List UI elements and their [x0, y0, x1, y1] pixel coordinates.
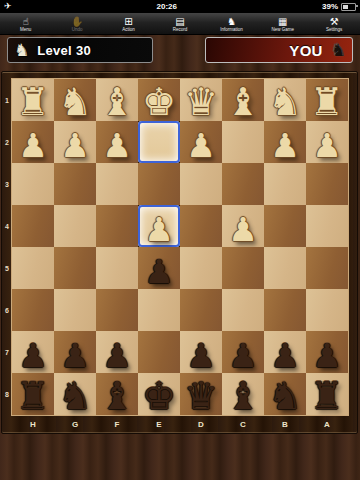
- file-label-a: A: [306, 416, 348, 433]
- white-p-piece-f2: ♟: [96, 128, 138, 164]
- square-h1[interactable]: ♜: [12, 79, 54, 121]
- black-p-piece-d7: ♟: [180, 338, 222, 374]
- square-a8[interactable]: ♜: [306, 373, 348, 415]
- white-b-piece-c1: ♝: [222, 82, 264, 122]
- square-f6[interactable]: [96, 289, 138, 331]
- square-a6[interactable]: [306, 289, 348, 331]
- rank-label-8: 8: [2, 373, 12, 415]
- square-b7[interactable]: ♟: [264, 331, 306, 373]
- file-label-c: C: [222, 416, 264, 433]
- toolbar-item-label: Action: [122, 27, 135, 32]
- toolbar-item-label: Undo: [72, 27, 83, 32]
- toolbar-item-settings[interactable]: ⚒ Settings: [311, 16, 357, 32]
- square-f5[interactable]: [96, 247, 138, 289]
- square-h2[interactable]: ♟: [12, 121, 54, 163]
- square-b8[interactable]: ♞: [264, 373, 306, 415]
- white-p-piece-d2: ♟: [180, 128, 222, 164]
- file-labels: HGFEDCBA: [12, 416, 348, 433]
- black-p-piece-a7: ♟: [306, 338, 348, 374]
- chess-board: 12345678 ♜♞♝♚♛♝♞♜♟♟♟♟♟♟♟♟♟♟♟♟♟♟♟♟♜♞♝♚♛♝♞…: [1, 71, 358, 434]
- toolbar-item-record[interactable]: ▤ Record: [157, 16, 203, 32]
- you-label: YOU: [289, 42, 322, 59]
- rank-labels: 12345678: [2, 79, 12, 415]
- toolbar-item-label: Information: [220, 27, 243, 32]
- black-b-piece-f8: ♝: [96, 376, 138, 416]
- toolbar-item-information[interactable]: ♞ Information: [208, 16, 254, 32]
- menu-hand-icon: ☝: [23, 16, 29, 27]
- square-e3[interactable]: [138, 163, 180, 205]
- record-list-icon: ▤: [175, 16, 184, 27]
- white-b-piece-f1: ♝: [96, 82, 138, 122]
- black-n-piece-g8: ♞: [54, 376, 96, 416]
- rank-label-3: 3: [2, 163, 12, 205]
- rank-label-2: 2: [2, 121, 12, 163]
- toolbar-item-label: Record: [173, 27, 188, 32]
- white-p-piece-h2: ♟: [12, 128, 54, 164]
- square-f8[interactable]: ♝: [96, 373, 138, 415]
- white-knight-icon: ♞: [14, 42, 29, 59]
- square-c3[interactable]: [222, 163, 264, 205]
- square-d7[interactable]: ♟: [180, 331, 222, 373]
- square-f7[interactable]: ♟: [96, 331, 138, 373]
- square-c2[interactable]: [222, 121, 264, 163]
- square-d3[interactable]: [180, 163, 222, 205]
- battery-icon: [341, 3, 356, 11]
- white-r-piece-h1: ♜: [12, 82, 54, 122]
- white-p-piece-e4: ♟: [138, 212, 180, 248]
- square-e6[interactable]: [138, 289, 180, 331]
- square-h3[interactable]: [12, 163, 54, 205]
- square-d2[interactable]: ♟: [180, 121, 222, 163]
- square-e4[interactable]: ♟: [138, 205, 180, 247]
- file-label-f: F: [96, 416, 138, 433]
- black-b-piece-c8: ♝: [222, 376, 264, 416]
- square-g7[interactable]: ♟: [54, 331, 96, 373]
- square-g2[interactable]: ♟: [54, 121, 96, 163]
- black-q-piece-d8: ♛: [180, 376, 222, 416]
- square-g1[interactable]: ♞: [54, 79, 96, 121]
- black-p-piece-b7: ♟: [264, 338, 306, 374]
- white-p-piece-c4: ♟: [222, 212, 264, 248]
- file-label-g: G: [54, 416, 96, 433]
- airplane-mode-icon: ✈: [4, 2, 12, 11]
- square-b4[interactable]: [264, 205, 306, 247]
- black-p-piece-h7: ♟: [12, 338, 54, 374]
- file-label-h: H: [12, 416, 54, 433]
- white-n-piece-b1: ♞: [264, 82, 306, 122]
- white-r-piece-a1: ♜: [306, 82, 348, 122]
- white-k-piece-e1: ♚: [138, 82, 180, 122]
- undo-hand-icon: ✋: [71, 16, 83, 27]
- square-h8[interactable]: ♜: [12, 373, 54, 415]
- black-n-piece-b8: ♞: [264, 376, 306, 416]
- square-f4[interactable]: [96, 205, 138, 247]
- information-knight-icon: ♞: [227, 16, 236, 27]
- square-c7[interactable]: ♟: [222, 331, 264, 373]
- square-g5[interactable]: [54, 247, 96, 289]
- black-p-piece-e5: ♟: [138, 254, 180, 290]
- square-h4[interactable]: [12, 205, 54, 247]
- black-p-piece-g7: ♟: [54, 338, 96, 374]
- square-h6[interactable]: [12, 289, 54, 331]
- square-c6[interactable]: [222, 289, 264, 331]
- new-game-board-icon: ▦: [278, 16, 287, 27]
- black-k-piece-e8: ♚: [138, 376, 180, 416]
- black-p-piece-c7: ♟: [222, 338, 264, 374]
- white-p-piece-g2: ♟: [54, 128, 96, 164]
- square-c8[interactable]: ♝: [222, 373, 264, 415]
- file-label-e: E: [138, 416, 180, 433]
- square-a5[interactable]: [306, 247, 348, 289]
- square-f1[interactable]: ♝: [96, 79, 138, 121]
- clock-time: 20:26: [157, 2, 177, 11]
- toolbar-item-label: New Game: [272, 27, 295, 32]
- square-g6[interactable]: [54, 289, 96, 331]
- square-e5[interactable]: ♟: [138, 247, 180, 289]
- square-b2[interactable]: ♟: [264, 121, 306, 163]
- black-p-piece-f7: ♟: [96, 338, 138, 374]
- white-p-piece-b2: ♟: [264, 128, 306, 164]
- black-knight-icon: ♞: [331, 42, 346, 59]
- battery-percent: 39%: [322, 2, 338, 11]
- engine-player-plaque: ♞ Level 30: [7, 37, 153, 63]
- square-f3[interactable]: [96, 163, 138, 205]
- square-e1[interactable]: ♚: [138, 79, 180, 121]
- square-d6[interactable]: [180, 289, 222, 331]
- toolbar-item-label: Settings: [326, 27, 342, 32]
- toolbar-item-label: Menu: [20, 27, 31, 32]
- square-g3[interactable]: [54, 163, 96, 205]
- square-b1[interactable]: ♞: [264, 79, 306, 121]
- white-n-piece-g1: ♞: [54, 82, 96, 122]
- square-d5[interactable]: [180, 247, 222, 289]
- square-a7[interactable]: ♟: [306, 331, 348, 373]
- square-a3[interactable]: [306, 163, 348, 205]
- square-a1[interactable]: ♜: [306, 79, 348, 121]
- square-a4[interactable]: [306, 205, 348, 247]
- square-a2[interactable]: ♟: [306, 121, 348, 163]
- square-d1[interactable]: ♛: [180, 79, 222, 121]
- square-e7[interactable]: [138, 331, 180, 373]
- square-c4[interactable]: ♟: [222, 205, 264, 247]
- square-e2[interactable]: [138, 121, 180, 163]
- settings-tools-icon: ⚒: [330, 16, 339, 27]
- rank-label-1: 1: [2, 79, 12, 121]
- white-q-piece-d1: ♛: [180, 82, 222, 122]
- square-d8[interactable]: ♛: [180, 373, 222, 415]
- white-p-piece-a2: ♟: [306, 128, 348, 164]
- square-b5[interactable]: [264, 247, 306, 289]
- rank-label-7: 7: [2, 331, 12, 373]
- engine-level-label: Level 30: [37, 43, 91, 58]
- rank-label-5: 5: [2, 247, 12, 289]
- square-d4[interactable]: [180, 205, 222, 247]
- toolbar-item-new-game[interactable]: ▦ New Game: [260, 16, 306, 32]
- square-e8[interactable]: ♚: [138, 373, 180, 415]
- square-g4[interactable]: [54, 205, 96, 247]
- rank-label-6: 6: [2, 289, 12, 331]
- square-f2[interactable]: ♟: [96, 121, 138, 163]
- status-bar: ✈ 20:26 39%: [0, 0, 360, 13]
- square-h5[interactable]: [12, 247, 54, 289]
- file-label-d: D: [180, 416, 222, 433]
- file-label-b: B: [264, 416, 306, 433]
- board-squares: ♜♞♝♚♛♝♞♜♟♟♟♟♟♟♟♟♟♟♟♟♟♟♟♟♜♞♝♚♛♝♞♜: [12, 79, 348, 415]
- toolbar-item-undo[interactable]: ✋ Undo: [54, 16, 100, 32]
- square-b3[interactable]: [264, 163, 306, 205]
- toolbar-item-action[interactable]: ⊞ Action: [106, 16, 152, 32]
- black-r-piece-a8: ♜: [306, 376, 348, 416]
- black-r-piece-h8: ♜: [12, 376, 54, 416]
- square-g8[interactable]: ♞: [54, 373, 96, 415]
- square-b6[interactable]: [264, 289, 306, 331]
- toolbar: ☝ Menu ✋ Undo ⊞ Action ▤ Record ♞ Inform…: [0, 13, 360, 35]
- action-window-icon: ⊞: [124, 16, 132, 27]
- toolbar-item-menu[interactable]: ☝ Menu: [3, 16, 49, 32]
- square-h7[interactable]: ♟: [12, 331, 54, 373]
- square-c1[interactable]: ♝: [222, 79, 264, 121]
- rank-label-4: 4: [2, 205, 12, 247]
- you-player-plaque-active: YOU ♞: [205, 37, 353, 63]
- square-c5[interactable]: [222, 247, 264, 289]
